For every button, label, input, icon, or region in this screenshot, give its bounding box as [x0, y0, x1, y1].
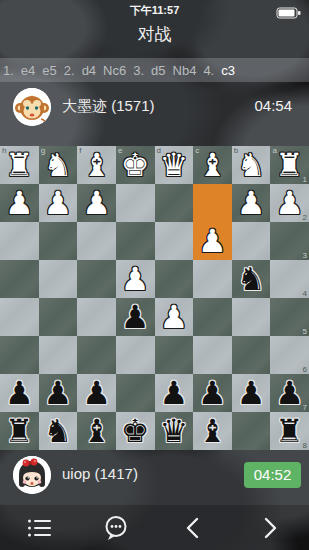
rank-label: 5: [303, 327, 307, 336]
move-list: 1.e4e52.d4Nc63.d5Nb44.c3: [0, 58, 309, 82]
square-d1[interactable]: d♛: [155, 146, 194, 184]
black-rook: ♜: [0, 412, 39, 450]
black-pawn: ♟: [0, 374, 39, 412]
square-d4[interactable]: [155, 260, 194, 298]
girl-avatar: [13, 456, 51, 494]
square-g5[interactable]: [39, 298, 78, 336]
white-pawn: ♟: [232, 184, 271, 222]
square-a5[interactable]: 5: [270, 298, 309, 336]
opponent-clock: 04:54: [254, 97, 292, 114]
square-d8[interactable]: ♛: [155, 412, 194, 450]
black-pawn: ♟: [193, 374, 232, 412]
white-pawn: ♟: [270, 184, 309, 222]
player-avatar[interactable]: [13, 456, 51, 494]
square-a7[interactable]: 7♟: [270, 374, 309, 412]
square-a1[interactable]: a1♜: [270, 146, 309, 184]
white-pawn: ♟: [116, 260, 155, 298]
white-king: ♚: [116, 146, 155, 184]
move-item[interactable]: Nc6: [103, 63, 126, 78]
chat-icon: [103, 515, 129, 541]
white-rook: ♜: [0, 146, 39, 184]
square-f3[interactable]: [77, 222, 116, 260]
square-e8[interactable]: ♚: [116, 412, 155, 450]
player-row[interactable]: uiop (1417) 04:52: [0, 454, 309, 496]
square-e1[interactable]: e♚: [116, 146, 155, 184]
square-f4[interactable]: [77, 260, 116, 298]
black-pawn: ♟: [232, 374, 271, 412]
square-h2[interactable]: ♟: [0, 184, 39, 222]
square-a2[interactable]: 2♟: [270, 184, 309, 222]
square-c3[interactable]: ♟: [193, 222, 232, 260]
square-f2[interactable]: ♟: [77, 184, 116, 222]
square-f1[interactable]: f♝: [77, 146, 116, 184]
black-pawn: ♟: [155, 374, 194, 412]
square-a3[interactable]: 3: [270, 222, 309, 260]
square-h1[interactable]: h♜: [0, 146, 39, 184]
white-bishop: ♝: [193, 146, 232, 184]
black-pawn: ♟: [39, 374, 78, 412]
square-a8[interactable]: 8♜: [270, 412, 309, 450]
monkey-avatar: [13, 88, 51, 126]
square-e4[interactable]: ♟: [116, 260, 155, 298]
square-g6[interactable]: [39, 336, 78, 374]
white-rook: ♜: [270, 146, 309, 184]
move-item[interactable]: 3.: [133, 63, 144, 78]
status-bar-time: 下午11:57: [0, 3, 309, 18]
square-d3[interactable]: [155, 222, 194, 260]
rank-label: 4: [303, 289, 307, 298]
move-item[interactable]: Nb4: [173, 63, 197, 78]
white-pawn: ♟: [193, 222, 232, 260]
square-c7[interactable]: ♟: [193, 374, 232, 412]
move-item[interactable]: 2.: [64, 63, 75, 78]
chevron-right-icon: [259, 515, 281, 541]
square-c2[interactable]: [193, 184, 232, 222]
white-pawn: ♟: [155, 298, 194, 336]
square-g3[interactable]: [39, 222, 78, 260]
bottom-toolbar: [0, 505, 309, 550]
square-b1[interactable]: b♞: [232, 146, 271, 184]
square-g1[interactable]: g♞: [39, 146, 78, 184]
prev-move-button[interactable]: [178, 513, 208, 543]
move-item[interactable]: 4.: [203, 63, 214, 78]
square-b4[interactable]: ♞: [232, 260, 271, 298]
square-f8[interactable]: ♝: [77, 412, 116, 450]
white-pawn: ♟: [77, 184, 116, 222]
player-name: uiop (1417): [62, 465, 138, 482]
move-item[interactable]: 1.: [3, 63, 14, 78]
chess-board[interactable]: h♜g♞f♝e♚d♛c♝b♞a1♜♟♟♟♟2♟♟3♟♞4♟♟56♟♟♟♟♟♟7♟…: [0, 146, 309, 450]
opponent-avatar[interactable]: [13, 88, 51, 126]
opponent-name: 大墨迹 (1571): [62, 97, 155, 116]
square-e7[interactable]: [116, 374, 155, 412]
square-e3[interactable]: [116, 222, 155, 260]
next-move-button[interactable]: [255, 513, 285, 543]
square-c1[interactable]: c♝: [193, 146, 232, 184]
square-a4[interactable]: 4: [270, 260, 309, 298]
black-knight: ♞: [39, 412, 78, 450]
black-queen: ♛: [155, 412, 194, 450]
square-f5[interactable]: [77, 298, 116, 336]
square-e2[interactable]: [116, 184, 155, 222]
rank-label: 3: [303, 251, 307, 260]
chevron-left-icon: [182, 515, 204, 541]
square-g4[interactable]: [39, 260, 78, 298]
square-b3[interactable]: [232, 222, 271, 260]
black-king: ♚: [116, 412, 155, 450]
square-c5[interactable]: [193, 298, 232, 336]
battery-icon: [276, 5, 302, 23]
move-item[interactable]: d5: [151, 63, 165, 78]
move-item[interactable]: e4: [21, 63, 35, 78]
square-d6[interactable]: [155, 336, 194, 374]
square-a6[interactable]: 6: [270, 336, 309, 374]
square-h6[interactable]: [0, 336, 39, 374]
move-item[interactable]: d4: [82, 63, 96, 78]
square-c4[interactable]: [193, 260, 232, 298]
square-e6[interactable]: [116, 336, 155, 374]
opponent-row[interactable]: 大墨迹 (1571) 04:54: [0, 86, 309, 128]
white-bishop: ♝: [77, 146, 116, 184]
square-b7[interactable]: ♟: [232, 374, 271, 412]
square-c6[interactable]: [193, 336, 232, 374]
square-h4[interactable]: [0, 260, 39, 298]
player-clock-active: 04:52: [244, 462, 301, 488]
white-pawn: ♟: [0, 184, 39, 222]
black-rook: ♜: [270, 412, 309, 450]
square-g8[interactable]: ♞: [39, 412, 78, 450]
black-bishop: ♝: [77, 412, 116, 450]
black-pawn: ♟: [77, 374, 116, 412]
square-b5[interactable]: [232, 298, 271, 336]
move-list-icon: [26, 516, 52, 540]
square-h5[interactable]: [0, 298, 39, 336]
square-d2[interactable]: [155, 184, 194, 222]
square-b8[interactable]: [232, 412, 271, 450]
black-pawn: ♟: [116, 298, 155, 336]
move-item[interactable]: e5: [42, 63, 56, 78]
square-e5[interactable]: ♟: [116, 298, 155, 336]
move-item[interactable]: c3: [221, 63, 235, 78]
square-d5[interactable]: ♟: [155, 298, 194, 336]
chat-button[interactable]: [101, 513, 131, 543]
square-f7[interactable]: ♟: [77, 374, 116, 412]
square-h8[interactable]: ♜: [0, 412, 39, 450]
square-d7[interactable]: ♟: [155, 374, 194, 412]
page-title: 对战: [0, 23, 309, 46]
square-b2[interactable]: ♟: [232, 184, 271, 222]
square-g7[interactable]: ♟: [39, 374, 78, 412]
black-bishop: ♝: [193, 412, 232, 450]
square-g2[interactable]: ♟: [39, 184, 78, 222]
white-knight: ♞: [39, 146, 78, 184]
square-b6[interactable]: [232, 336, 271, 374]
black-pawn: ♟: [270, 374, 309, 412]
white-pawn: ♟: [39, 184, 78, 222]
square-h7[interactable]: ♟: [0, 374, 39, 412]
white-queen: ♛: [155, 146, 194, 184]
rank-label: 6: [303, 365, 307, 374]
square-f6[interactable]: [77, 336, 116, 374]
move-list-button[interactable]: [24, 513, 54, 543]
square-h3[interactable]: [0, 222, 39, 260]
white-knight: ♞: [232, 146, 271, 184]
black-knight: ♞: [232, 260, 271, 298]
square-c8[interactable]: ♝: [193, 412, 232, 450]
